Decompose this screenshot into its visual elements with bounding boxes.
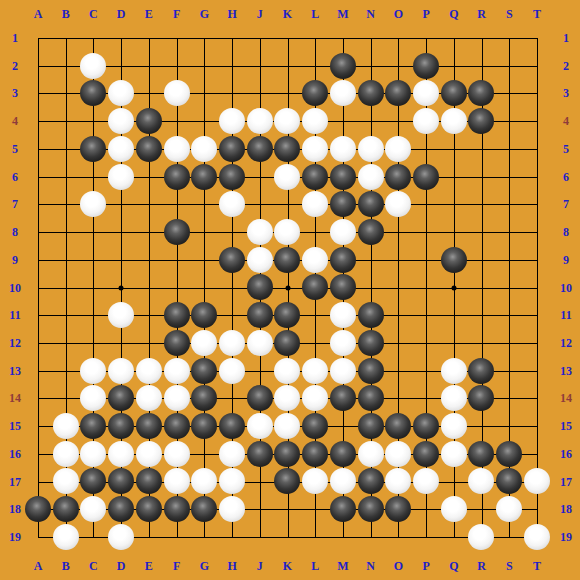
- row-label-right: 17: [560, 476, 572, 488]
- black-stone-F11: [164, 302, 190, 328]
- white-stone-H4: [219, 108, 245, 134]
- column-label-top: H: [227, 8, 236, 20]
- white-stone-K4: [274, 108, 300, 134]
- white-stone-N16: [358, 441, 384, 467]
- column-label-bottom: B: [62, 560, 70, 572]
- white-stone-C18: [80, 496, 106, 522]
- column-label-top: C: [89, 8, 98, 20]
- white-stone-C16: [80, 441, 106, 467]
- black-stone-N14: [358, 385, 384, 411]
- white-stone-D6: [108, 164, 134, 190]
- black-stone-H9: [219, 247, 245, 273]
- black-stone-E5: [136, 136, 162, 162]
- white-stone-F14: [164, 385, 190, 411]
- black-stone-C17: [80, 468, 106, 494]
- white-stone-F3: [164, 80, 190, 106]
- black-stone-G11: [191, 302, 217, 328]
- black-stone-D14: [108, 385, 134, 411]
- white-stone-P3: [413, 80, 439, 106]
- black-stone-N13: [358, 358, 384, 384]
- column-label-bottom: O: [394, 560, 403, 572]
- white-stone-Q18: [441, 496, 467, 522]
- black-stone-L10: [302, 274, 328, 300]
- column-label-top: E: [145, 8, 153, 20]
- white-stone-O5: [385, 136, 411, 162]
- black-stone-C15: [80, 413, 106, 439]
- column-label-bottom: F: [173, 560, 180, 572]
- row-label-left: 1: [12, 32, 18, 44]
- white-stone-F5: [164, 136, 190, 162]
- black-stone-R13: [468, 358, 494, 384]
- black-stone-K12: [274, 330, 300, 356]
- black-stone-L15: [302, 413, 328, 439]
- row-label-left: 12: [9, 337, 21, 349]
- black-stone-F6: [164, 164, 190, 190]
- row-label-left: 9: [12, 254, 18, 266]
- black-stone-M6: [330, 164, 356, 190]
- white-stone-L13: [302, 358, 328, 384]
- white-stone-D5: [108, 136, 134, 162]
- white-stone-Q4: [441, 108, 467, 134]
- black-stone-C3: [80, 80, 106, 106]
- white-stone-G5: [191, 136, 217, 162]
- black-stone-E4: [136, 108, 162, 134]
- black-stone-S17: [496, 468, 522, 494]
- row-label-right: 18: [560, 503, 572, 515]
- white-stone-K13: [274, 358, 300, 384]
- white-stone-J15: [247, 413, 273, 439]
- black-stone-J11: [247, 302, 273, 328]
- column-label-top: D: [117, 8, 126, 20]
- black-stone-E15: [136, 413, 162, 439]
- black-stone-R14: [468, 385, 494, 411]
- row-label-left: 11: [9, 309, 20, 321]
- go-board[interactable]: AABBCCDDEEFFGGHHJJKKLLMMNNOOPPQQRRSSTT11…: [0, 0, 580, 580]
- column-label-top: O: [394, 8, 403, 20]
- column-label-bottom: M: [337, 560, 348, 572]
- white-stone-J8: [247, 219, 273, 245]
- black-stone-M7: [330, 191, 356, 217]
- white-stone-K8: [274, 219, 300, 245]
- black-stone-K9: [274, 247, 300, 273]
- column-label-bottom: E: [145, 560, 153, 572]
- row-label-right: 10: [560, 282, 572, 294]
- row-label-left: 18: [9, 503, 21, 515]
- black-stone-F8: [164, 219, 190, 245]
- white-stone-C13: [80, 358, 106, 384]
- column-label-top: J: [257, 8, 263, 20]
- white-stone-H12: [219, 330, 245, 356]
- white-stone-R17: [468, 468, 494, 494]
- white-stone-H17: [219, 468, 245, 494]
- black-stone-H15: [219, 413, 245, 439]
- black-stone-N17: [358, 468, 384, 494]
- row-label-right: 19: [560, 531, 572, 543]
- column-label-bottom: Q: [449, 560, 458, 572]
- black-stone-G6: [191, 164, 217, 190]
- white-stone-B15: [53, 413, 79, 439]
- column-label-top: F: [173, 8, 180, 20]
- column-label-top: T: [533, 8, 541, 20]
- black-stone-R16: [468, 441, 494, 467]
- white-stone-L4: [302, 108, 328, 134]
- white-stone-M3: [330, 80, 356, 106]
- white-stone-O16: [385, 441, 411, 467]
- row-label-right: 2: [563, 60, 569, 72]
- black-stone-F15: [164, 413, 190, 439]
- white-stone-Q13: [441, 358, 467, 384]
- black-stone-J14: [247, 385, 273, 411]
- black-stone-Q3: [441, 80, 467, 106]
- white-stone-C2: [80, 53, 106, 79]
- row-label-right: 13: [560, 365, 572, 377]
- row-label-left: 13: [9, 365, 21, 377]
- white-stone-L17: [302, 468, 328, 494]
- black-stone-P16: [413, 441, 439, 467]
- row-label-right: 4: [563, 115, 569, 127]
- row-label-right: 8: [563, 226, 569, 238]
- black-stone-A18: [25, 496, 51, 522]
- white-stone-F13: [164, 358, 190, 384]
- column-label-bottom: N: [366, 560, 375, 572]
- white-stone-P4: [413, 108, 439, 134]
- black-stone-J5: [247, 136, 273, 162]
- black-stone-P2: [413, 53, 439, 79]
- white-stone-T19: [524, 524, 550, 550]
- column-label-bottom: R: [477, 560, 486, 572]
- black-stone-E17: [136, 468, 162, 494]
- row-label-right: 7: [563, 198, 569, 210]
- black-stone-N15: [358, 413, 384, 439]
- black-stone-M10: [330, 274, 356, 300]
- column-label-bottom: A: [34, 560, 43, 572]
- white-stone-Q15: [441, 413, 467, 439]
- row-label-left: 10: [9, 282, 21, 294]
- black-stone-M2: [330, 53, 356, 79]
- white-stone-H18: [219, 496, 245, 522]
- black-stone-R4: [468, 108, 494, 134]
- black-stone-D17: [108, 468, 134, 494]
- white-stone-O17: [385, 468, 411, 494]
- column-label-bottom: J: [257, 560, 263, 572]
- white-stone-N5: [358, 136, 384, 162]
- white-stone-E16: [136, 441, 162, 467]
- black-stone-N18: [358, 496, 384, 522]
- row-label-left: 15: [9, 420, 21, 432]
- black-stone-N8: [358, 219, 384, 245]
- black-stone-M9: [330, 247, 356, 273]
- black-stone-G18: [191, 496, 217, 522]
- white-stone-D13: [108, 358, 134, 384]
- column-label-bottom: P: [422, 560, 429, 572]
- black-stone-O3: [385, 80, 411, 106]
- white-stone-J9: [247, 247, 273, 273]
- black-stone-L16: [302, 441, 328, 467]
- row-label-left: 4: [12, 115, 18, 127]
- row-label-right: 9: [563, 254, 569, 266]
- black-stone-K5: [274, 136, 300, 162]
- black-stone-O15: [385, 413, 411, 439]
- white-stone-L5: [302, 136, 328, 162]
- black-stone-C5: [80, 136, 106, 162]
- column-label-top: A: [34, 8, 43, 20]
- white-stone-G17: [191, 468, 217, 494]
- black-stone-K17: [274, 468, 300, 494]
- row-label-right: 15: [560, 420, 572, 432]
- black-stone-N12: [358, 330, 384, 356]
- row-label-right: 6: [563, 171, 569, 183]
- white-stone-E14: [136, 385, 162, 411]
- row-label-left: 14: [9, 392, 21, 404]
- white-stone-H7: [219, 191, 245, 217]
- column-label-top: P: [422, 8, 429, 20]
- white-stone-T17: [524, 468, 550, 494]
- column-label-bottom: H: [227, 560, 236, 572]
- row-label-left: 3: [12, 87, 18, 99]
- white-stone-M13: [330, 358, 356, 384]
- white-stone-D19: [108, 524, 134, 550]
- white-stone-S18: [496, 496, 522, 522]
- white-stone-B16: [53, 441, 79, 467]
- row-label-left: 17: [9, 476, 21, 488]
- black-stone-P6: [413, 164, 439, 190]
- column-label-top: B: [62, 8, 70, 20]
- black-stone-M18: [330, 496, 356, 522]
- black-stone-G13: [191, 358, 217, 384]
- row-label-right: 14: [560, 392, 572, 404]
- black-stone-P15: [413, 413, 439, 439]
- white-stone-M5: [330, 136, 356, 162]
- black-stone-D15: [108, 413, 134, 439]
- black-stone-M14: [330, 385, 356, 411]
- black-stone-G14: [191, 385, 217, 411]
- white-stone-L7: [302, 191, 328, 217]
- column-label-bottom: K: [283, 560, 292, 572]
- row-label-left: 2: [12, 60, 18, 72]
- row-label-right: 1: [563, 32, 569, 44]
- black-stone-J16: [247, 441, 273, 467]
- white-stone-K6: [274, 164, 300, 190]
- white-stone-D4: [108, 108, 134, 134]
- white-stone-M8: [330, 219, 356, 245]
- column-label-bottom: S: [506, 560, 513, 572]
- row-label-right: 5: [563, 143, 569, 155]
- white-stone-M17: [330, 468, 356, 494]
- black-stone-J10: [247, 274, 273, 300]
- black-stone-B18: [53, 496, 79, 522]
- row-label-left: 16: [9, 448, 21, 460]
- black-stone-N3: [358, 80, 384, 106]
- white-stone-K14: [274, 385, 300, 411]
- row-label-right: 11: [560, 309, 571, 321]
- column-label-top: Q: [449, 8, 458, 20]
- black-stone-O18: [385, 496, 411, 522]
- column-label-bottom: G: [200, 560, 209, 572]
- black-stone-E18: [136, 496, 162, 522]
- black-stone-F12: [164, 330, 190, 356]
- white-stone-L14: [302, 385, 328, 411]
- column-label-top: G: [200, 8, 209, 20]
- white-stone-C7: [80, 191, 106, 217]
- stone-layer: [24, 24, 551, 551]
- white-stone-E13: [136, 358, 162, 384]
- column-label-bottom: T: [533, 560, 541, 572]
- row-label-left: 8: [12, 226, 18, 238]
- white-stone-H16: [219, 441, 245, 467]
- black-stone-L3: [302, 80, 328, 106]
- white-stone-F16: [164, 441, 190, 467]
- white-stone-R19: [468, 524, 494, 550]
- white-stone-P17: [413, 468, 439, 494]
- white-stone-C14: [80, 385, 106, 411]
- column-label-top: R: [477, 8, 486, 20]
- row-label-left: 6: [12, 171, 18, 183]
- row-label-right: 16: [560, 448, 572, 460]
- white-stone-Q14: [441, 385, 467, 411]
- black-stone-D18: [108, 496, 134, 522]
- white-stone-J4: [247, 108, 273, 134]
- white-stone-H13: [219, 358, 245, 384]
- row-label-right: 3: [563, 87, 569, 99]
- column-label-top: L: [311, 8, 319, 20]
- white-stone-B17: [53, 468, 79, 494]
- black-stone-N7: [358, 191, 384, 217]
- black-stone-N11: [358, 302, 384, 328]
- column-label-bottom: D: [117, 560, 126, 572]
- column-label-bottom: L: [311, 560, 319, 572]
- black-stone-L6: [302, 164, 328, 190]
- white-stone-B19: [53, 524, 79, 550]
- black-stone-G15: [191, 413, 217, 439]
- black-stone-S16: [496, 441, 522, 467]
- column-label-top: K: [283, 8, 292, 20]
- white-stone-F17: [164, 468, 190, 494]
- column-label-top: N: [366, 8, 375, 20]
- white-stone-O7: [385, 191, 411, 217]
- white-stone-M11: [330, 302, 356, 328]
- black-stone-F18: [164, 496, 190, 522]
- black-stone-K11: [274, 302, 300, 328]
- black-stone-H6: [219, 164, 245, 190]
- black-stone-K16: [274, 441, 300, 467]
- white-stone-D11: [108, 302, 134, 328]
- black-stone-O6: [385, 164, 411, 190]
- column-label-bottom: C: [89, 560, 98, 572]
- column-label-top: S: [506, 8, 513, 20]
- row-label-left: 7: [12, 198, 18, 210]
- white-stone-L9: [302, 247, 328, 273]
- white-stone-M12: [330, 330, 356, 356]
- white-stone-D3: [108, 80, 134, 106]
- row-label-left: 5: [12, 143, 18, 155]
- black-stone-H5: [219, 136, 245, 162]
- white-stone-G12: [191, 330, 217, 356]
- column-label-top: M: [337, 8, 348, 20]
- row-label-left: 19: [9, 531, 21, 543]
- white-stone-J12: [247, 330, 273, 356]
- black-stone-M16: [330, 441, 356, 467]
- black-stone-Q9: [441, 247, 467, 273]
- white-stone-K15: [274, 413, 300, 439]
- white-stone-N6: [358, 164, 384, 190]
- row-label-right: 12: [560, 337, 572, 349]
- black-stone-R3: [468, 80, 494, 106]
- white-stone-D16: [108, 441, 134, 467]
- white-stone-Q16: [441, 441, 467, 467]
